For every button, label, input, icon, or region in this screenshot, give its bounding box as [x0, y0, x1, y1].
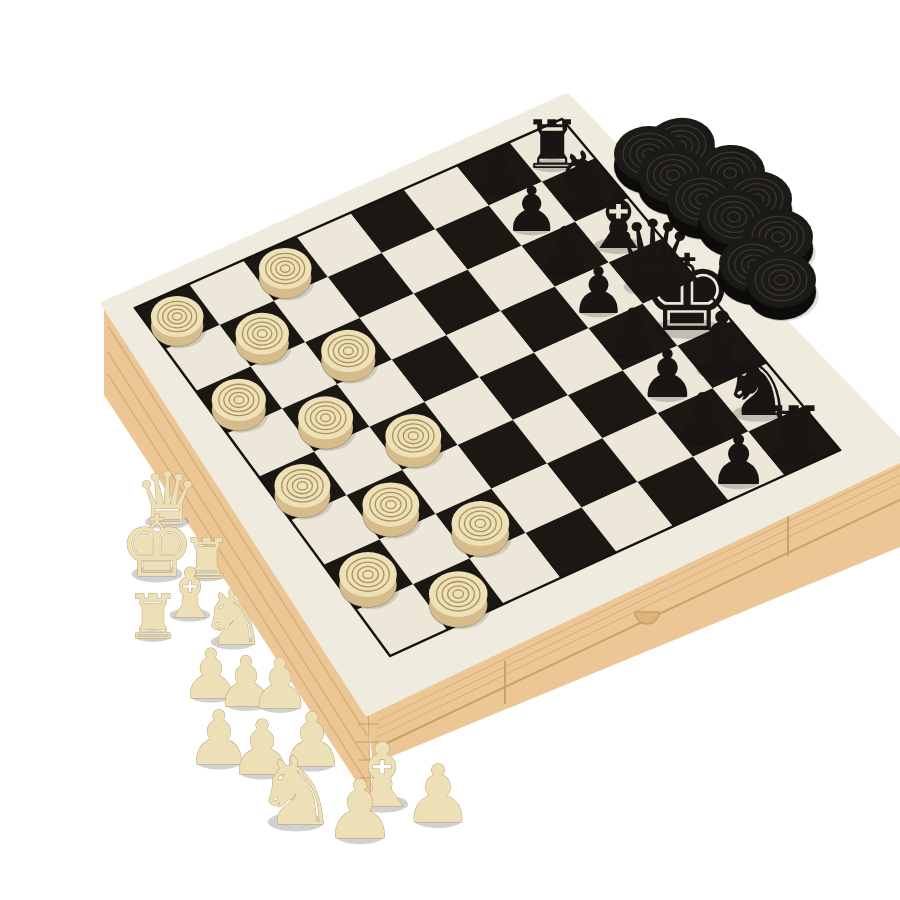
- light-checker-f2: [362, 482, 421, 538]
- light-checker-b2: [236, 313, 292, 366]
- light-checker-e1: [274, 464, 333, 520]
- black-pawn-h7: ♟: [708, 421, 769, 500]
- product-photo-chess-checkers-set: ♜♟♞♟♝♟♛♟♚♟♝♟♞♟♜♟♛♚♜♝♜♞♟♟♟♟♟♟♝♟♞♟: [40, 16, 900, 900]
- light-checker-c3: [321, 330, 378, 384]
- black-rook-h8: ♜: [761, 390, 827, 476]
- light-checker-d2: [298, 396, 356, 451]
- svg-text:♟: ♟: [324, 762, 397, 857]
- svg-text:♟: ♟: [708, 421, 769, 500]
- light-pawn-offboard-14: ♟: [402, 748, 474, 841]
- svg-text:♟: ♟: [402, 748, 474, 841]
- light-checker-e3: [385, 414, 444, 470]
- svg-text:♜: ♜: [126, 581, 181, 652]
- light-checker-g3: [452, 501, 512, 558]
- svg-text:♜: ♜: [761, 390, 827, 476]
- light-checker-h2: [429, 571, 490, 629]
- light-checker-c1: [212, 379, 269, 433]
- light-checker-a1: [151, 296, 206, 348]
- light-rook-offboard-5: ♜: [126, 581, 181, 652]
- light-checker-a3: [259, 248, 314, 300]
- light-checker-g1: [339, 552, 399, 609]
- board-scene: ♜♟♞♟♝♟♛♟♚♟♝♟♞♟♜♟♛♚♜♝♜♞♟♟♟♟♟♟♝♟♞♟: [40, 16, 900, 900]
- black-checker-10: [746, 252, 819, 321]
- light-pawn-offboard-16: ♟: [324, 762, 397, 857]
